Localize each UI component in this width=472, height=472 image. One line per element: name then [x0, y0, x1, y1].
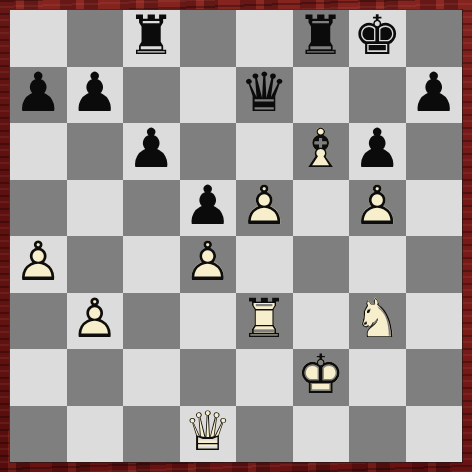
piece-white-king: ♚♔	[293, 349, 350, 406]
square-d3[interactable]	[180, 293, 237, 350]
black-pawn-icon: ♟	[353, 123, 401, 177]
square-b4[interactable]	[67, 236, 124, 293]
square-f3[interactable]	[293, 293, 350, 350]
square-a1[interactable]	[10, 406, 67, 463]
square-e1[interactable]	[236, 406, 293, 463]
square-g6[interactable]: ♟	[349, 123, 406, 180]
square-d8[interactable]	[180, 10, 237, 67]
square-h8[interactable]	[406, 10, 463, 67]
black-pawn-icon: ♟	[14, 66, 62, 120]
piece-black-pawn: ♟	[10, 67, 67, 124]
chess-board: ♜♜♚♟♟♛♟♟♝♗♟♟♟♙♟♙♟♙♟♙♟♙♜♖♞♘♚♔♛♕	[10, 10, 462, 462]
piece-black-king: ♚	[349, 10, 406, 67]
square-b1[interactable]	[67, 406, 124, 463]
square-d2[interactable]	[180, 349, 237, 406]
square-c1[interactable]	[123, 406, 180, 463]
black-pawn-icon: ♟	[184, 179, 232, 233]
white-queen-outline-icon: ♕	[184, 405, 232, 459]
chess-board-frame: ♜♜♚♟♟♛♟♟♝♗♟♟♟♙♟♙♟♙♟♙♟♙♜♖♞♘♚♔♛♕	[0, 0, 472, 472]
black-pawn-icon: ♟	[71, 66, 119, 120]
square-b8[interactable]	[67, 10, 124, 67]
white-rook-outline-icon: ♖	[240, 292, 288, 346]
white-pawn-outline-icon: ♙	[184, 236, 232, 290]
square-c2[interactable]	[123, 349, 180, 406]
square-d1[interactable]: ♛♕	[180, 406, 237, 463]
square-a2[interactable]	[10, 349, 67, 406]
black-queen-icon: ♛	[240, 66, 288, 120]
piece-white-pawn: ♟♙	[349, 180, 406, 237]
white-pawn-outline-icon: ♙	[240, 179, 288, 233]
square-c6[interactable]: ♟	[123, 123, 180, 180]
square-d5[interactable]: ♟	[180, 180, 237, 237]
square-g2[interactable]	[349, 349, 406, 406]
square-f2[interactable]: ♚♔	[293, 349, 350, 406]
square-c5[interactable]	[123, 180, 180, 237]
black-pawn-icon: ♟	[127, 123, 175, 177]
square-e3[interactable]: ♜♖	[236, 293, 293, 350]
white-pawn-outline-icon: ♙	[14, 236, 62, 290]
square-a6[interactable]	[10, 123, 67, 180]
black-rook-icon: ♜	[127, 10, 175, 64]
square-b6[interactable]	[67, 123, 124, 180]
square-d6[interactable]	[180, 123, 237, 180]
square-g3[interactable]: ♞♘	[349, 293, 406, 350]
square-e4[interactable]	[236, 236, 293, 293]
white-knight-outline-icon: ♘	[353, 292, 401, 346]
piece-white-pawn: ♟♙	[10, 236, 67, 293]
piece-white-pawn: ♟♙	[180, 236, 237, 293]
square-a5[interactable]	[10, 180, 67, 237]
square-a4[interactable]: ♟♙	[10, 236, 67, 293]
square-e5[interactable]: ♟♙	[236, 180, 293, 237]
square-f5[interactable]	[293, 180, 350, 237]
square-f1[interactable]	[293, 406, 350, 463]
square-c3[interactable]	[123, 293, 180, 350]
piece-black-pawn: ♟	[67, 67, 124, 124]
square-g5[interactable]: ♟♙	[349, 180, 406, 237]
square-h3[interactable]	[406, 293, 463, 350]
square-a8[interactable]	[10, 10, 67, 67]
square-b3[interactable]: ♟♙	[67, 293, 124, 350]
piece-black-pawn: ♟	[349, 123, 406, 180]
square-e2[interactable]	[236, 349, 293, 406]
square-h2[interactable]	[406, 349, 463, 406]
piece-black-pawn: ♟	[180, 180, 237, 237]
white-bishop-outline-icon: ♗	[297, 123, 345, 177]
square-g4[interactable]	[349, 236, 406, 293]
square-d4[interactable]: ♟♙	[180, 236, 237, 293]
piece-black-rook: ♜	[123, 10, 180, 67]
square-e8[interactable]	[236, 10, 293, 67]
white-pawn-outline-icon: ♙	[71, 292, 119, 346]
black-pawn-icon: ♟	[410, 66, 458, 120]
piece-white-knight: ♞♘	[349, 293, 406, 350]
square-f7[interactable]	[293, 67, 350, 124]
piece-white-pawn: ♟♙	[67, 293, 124, 350]
square-f4[interactable]	[293, 236, 350, 293]
white-king-outline-icon: ♔	[297, 349, 345, 403]
piece-white-rook: ♜♖	[236, 293, 293, 350]
black-rook-icon: ♜	[297, 10, 345, 64]
square-h6[interactable]	[406, 123, 463, 180]
square-c7[interactable]	[123, 67, 180, 124]
square-h4[interactable]	[406, 236, 463, 293]
square-a7[interactable]: ♟	[10, 67, 67, 124]
square-e6[interactable]	[236, 123, 293, 180]
piece-black-pawn: ♟	[406, 67, 463, 124]
square-g8[interactable]: ♚	[349, 10, 406, 67]
square-h1[interactable]	[406, 406, 463, 463]
square-a3[interactable]	[10, 293, 67, 350]
white-pawn-outline-icon: ♙	[353, 179, 401, 233]
piece-black-pawn: ♟	[123, 123, 180, 180]
piece-black-queen: ♛	[236, 67, 293, 124]
black-king-icon: ♚	[353, 10, 401, 64]
square-b7[interactable]: ♟	[67, 67, 124, 124]
square-g1[interactable]	[349, 406, 406, 463]
square-e7[interactable]: ♛	[236, 67, 293, 124]
square-d7[interactable]	[180, 67, 237, 124]
square-g7[interactable]	[349, 67, 406, 124]
piece-black-rook: ♜	[293, 10, 350, 67]
square-c4[interactable]	[123, 236, 180, 293]
square-f8[interactable]: ♜	[293, 10, 350, 67]
square-h7[interactable]: ♟	[406, 67, 463, 124]
square-f6[interactable]: ♝♗	[293, 123, 350, 180]
piece-white-pawn: ♟♙	[236, 180, 293, 237]
square-h5[interactable]	[406, 180, 463, 237]
square-c8[interactable]: ♜	[123, 10, 180, 67]
square-b2[interactable]	[67, 349, 124, 406]
square-b5[interactable]	[67, 180, 124, 237]
piece-white-bishop: ♝♗	[293, 123, 350, 180]
piece-white-queen: ♛♕	[180, 406, 237, 463]
